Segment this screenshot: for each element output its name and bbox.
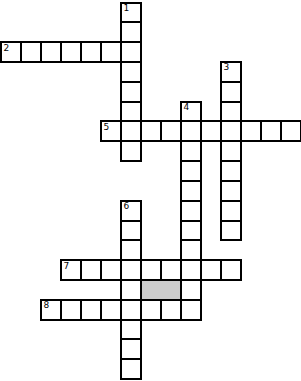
cell-r4-c11[interactable] — [220, 81, 242, 103]
cell-r6-c12[interactable] — [240, 120, 262, 142]
cell-r13-c5[interactable] — [100, 259, 122, 281]
cell-r6-c7[interactable] — [140, 120, 162, 142]
cell-r13-c6[interactable] — [120, 259, 142, 281]
cell-r2-c1[interactable] — [20, 41, 42, 63]
cell-r4-c6[interactable] — [120, 81, 142, 103]
cell-r2-c4[interactable] — [80, 41, 102, 63]
cell-r13-c9[interactable] — [180, 259, 202, 281]
cell-r8-c9[interactable] — [180, 160, 202, 182]
cell-r15-c6[interactable] — [120, 299, 142, 321]
cell-r6-c6[interactable] — [120, 120, 142, 142]
cell-r15-c2[interactable] — [40, 299, 62, 321]
cell-r8-c11[interactable] — [220, 160, 242, 182]
cell-r1-c6[interactable] — [120, 21, 142, 43]
crossword-grid: 12345678 — [0, 0, 301, 381]
cell-r12-c9[interactable] — [180, 239, 202, 261]
cell-r10-c6[interactable] — [120, 200, 142, 222]
cell-r17-c6[interactable] — [120, 338, 142, 360]
cell-r6-c14[interactable] — [280, 120, 301, 142]
cell-r13-c3[interactable] — [60, 259, 82, 281]
cell-r13-c4[interactable] — [80, 259, 102, 281]
cell-r13-c7[interactable] — [140, 259, 162, 281]
cell-r11-c9[interactable] — [180, 220, 202, 242]
cell-r15-c3[interactable] — [60, 299, 82, 321]
cell-r6-c9[interactable] — [180, 120, 202, 142]
cell-r5-c6[interactable] — [120, 101, 142, 123]
cell-r7-c6[interactable] — [120, 140, 142, 162]
highlighted-cell[interactable] — [140, 279, 182, 301]
cell-r2-c0[interactable] — [0, 41, 22, 63]
cell-r15-c5[interactable] — [100, 299, 122, 321]
cell-r15-c7[interactable] — [140, 299, 162, 321]
cell-r3-c6[interactable] — [120, 61, 142, 83]
cell-r12-c6[interactable] — [120, 239, 142, 261]
cell-r13-c8[interactable] — [160, 259, 182, 281]
cell-r9-c11[interactable] — [220, 180, 242, 202]
cell-r6-c10[interactable] — [200, 120, 222, 142]
cell-r15-c9[interactable] — [180, 299, 202, 321]
cell-r6-c11[interactable] — [220, 120, 242, 142]
cell-r3-c11[interactable] — [220, 61, 242, 83]
cell-r10-c9[interactable] — [180, 200, 202, 222]
cell-r16-c6[interactable] — [120, 319, 142, 341]
cell-r2-c3[interactable] — [60, 41, 82, 63]
cell-r13-c10[interactable] — [200, 259, 222, 281]
cell-r15-c4[interactable] — [80, 299, 102, 321]
cell-r14-c9[interactable] — [180, 279, 202, 301]
cell-r11-c11[interactable] — [220, 220, 242, 242]
cell-r11-c6[interactable] — [120, 220, 142, 242]
cell-r14-c6[interactable] — [120, 279, 142, 301]
cell-r5-c9[interactable] — [180, 101, 202, 123]
cell-r15-c8[interactable] — [160, 299, 182, 321]
cell-r6-c8[interactable] — [160, 120, 182, 142]
cell-r0-c6[interactable] — [120, 2, 142, 24]
cell-r2-c2[interactable] — [40, 41, 62, 63]
cell-r2-c6[interactable] — [120, 41, 142, 63]
cell-r6-c5[interactable] — [100, 120, 122, 142]
cell-r2-c5[interactable] — [100, 41, 122, 63]
cell-r10-c11[interactable] — [220, 200, 242, 222]
cell-r7-c9[interactable] — [180, 140, 202, 162]
cell-r6-c13[interactable] — [260, 120, 282, 142]
cell-r7-c11[interactable] — [220, 140, 242, 162]
cell-r18-c6[interactable] — [120, 358, 142, 380]
cell-r9-c9[interactable] — [180, 180, 202, 202]
cell-r13-c11[interactable] — [220, 259, 242, 281]
cell-r5-c11[interactable] — [220, 101, 242, 123]
